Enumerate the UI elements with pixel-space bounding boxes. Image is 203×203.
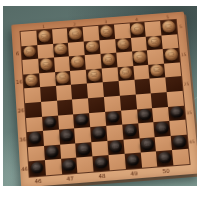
- board-square: [68, 41, 85, 56]
- board-square: [155, 136, 172, 152]
- board-square: ⛂: [124, 153, 141, 169]
- board-square: ⛂: [76, 142, 93, 158]
- board-square: [37, 44, 54, 59]
- board-square: [24, 87, 41, 103]
- board-square: ⛀: [69, 55, 86, 70]
- board-square: ⛂: [73, 113, 90, 129]
- board-square: [147, 49, 164, 64]
- board-square: [140, 152, 157, 168]
- board-square: [60, 143, 77, 159]
- dark-piece: ⛂: [62, 159, 75, 172]
- dark-piece: ⛂: [170, 106, 184, 118]
- board-square: [52, 28, 69, 43]
- board-square: ⛀: [132, 50, 149, 65]
- board-square: ⛀: [55, 71, 72, 87]
- board-square: ⛂: [93, 155, 110, 171]
- board-square: [120, 95, 137, 111]
- board-square: [45, 159, 62, 175]
- draughts-board: ⛀⛀⛀⛀⛀⛀⛀⛀⛀⛀⛀⛀⛀⛀⛀⛀⛀⛀⛀⛀⛂⛂⛂⛂⛂⛂⛂⛂⛂⛂⛂⛂⛂⛂⛂⛂⛂⛂⛂⛂…: [11, 12, 197, 186]
- dark-piece: ⛂: [30, 161, 43, 174]
- board-square: ⛀: [117, 66, 134, 82]
- light-piece: ⛀: [56, 71, 69, 83]
- dark-piece: ⛂: [60, 129, 73, 142]
- dark-piece: ⛂: [29, 132, 42, 145]
- square-number: 46: [22, 175, 55, 186]
- board-square: ⛀: [38, 58, 55, 73]
- dark-piece: ⛂: [107, 111, 120, 123]
- dark-piece: ⛂: [138, 109, 151, 121]
- dark-piece: ⛂: [92, 127, 105, 140]
- board-square: ⛂: [171, 134, 188, 150]
- board-square: ⛀: [149, 63, 166, 78]
- dark-piece: ⛂: [75, 113, 88, 125]
- board-square: [134, 79, 151, 95]
- light-piece: ⛀: [85, 41, 98, 53]
- board-square: [75, 127, 92, 143]
- light-piece: ⛀: [148, 36, 161, 48]
- board-square: ⛂: [105, 110, 122, 126]
- board-square: [162, 34, 179, 49]
- board-square: [58, 114, 75, 130]
- board-square: [118, 80, 135, 96]
- board-square: [109, 154, 126, 170]
- board-square: [43, 130, 60, 146]
- screenshot-canvas: ⛀⛀⛀⛀⛀⛀⛀⛀⛀⛀⛀⛀⛀⛀⛀⛀⛀⛀⛀⛀⛂⛂⛂⛂⛂⛂⛂⛂⛂⛂⛂⛂⛂⛂⛂⛂⛂⛂⛂⛂…: [0, 0, 203, 203]
- board-square: ⛂: [107, 139, 124, 155]
- board-square: ⛀: [36, 29, 53, 44]
- board-square: ⛀: [101, 53, 118, 68]
- board-square: ⛀: [84, 40, 101, 55]
- board-square: [138, 122, 155, 138]
- dark-piece: ⛂: [109, 140, 123, 153]
- board-square: ⛂: [137, 108, 154, 124]
- light-piece: ⛀: [162, 21, 175, 33]
- board-square: [166, 76, 183, 92]
- board-square: [91, 141, 108, 157]
- board-square: [114, 23, 131, 38]
- board-square: [135, 93, 152, 109]
- light-piece: ⛀: [117, 38, 130, 50]
- board-square: [104, 96, 121, 112]
- dark-piece: ⛂: [44, 116, 57, 128]
- dark-piece: ⛂: [77, 143, 90, 156]
- light-piece: ⛀: [88, 69, 101, 81]
- light-piece: ⛀: [40, 58, 53, 70]
- board-square: [131, 36, 148, 51]
- board-square: ⛂: [44, 144, 61, 160]
- board-square: [167, 91, 184, 107]
- board-grid: ⛀⛀⛀⛀⛀⛀⛀⛀⛀⛀⛀⛀⛀⛀⛀⛀⛀⛀⛀⛀⛂⛂⛂⛂⛂⛂⛂⛂⛂⛂⛂⛂⛂⛂⛂⛂⛂⛂⛂⛂: [21, 20, 190, 177]
- dark-piece: ⛂: [141, 138, 155, 151]
- board-square: ⛂: [139, 137, 156, 153]
- board-square: ⛀: [115, 38, 132, 53]
- board-square: [70, 70, 87, 86]
- light-piece: ⛀: [119, 67, 132, 79]
- light-piece: ⛀: [25, 74, 38, 86]
- board-square: ⛀: [146, 35, 163, 50]
- board-square: [133, 65, 150, 81]
- board-square: [102, 67, 119, 83]
- board-square: [21, 31, 37, 46]
- board-square: [151, 92, 168, 108]
- board-square: [88, 97, 105, 113]
- board-square: [106, 125, 123, 141]
- board-square: ⛂: [42, 115, 59, 131]
- board-square: [56, 85, 73, 101]
- board-square: [25, 102, 42, 118]
- dark-piece: ⛂: [155, 122, 169, 135]
- board-square: [87, 83, 104, 99]
- light-piece: ⛀: [131, 23, 144, 35]
- board-square: ⛀: [129, 22, 146, 37]
- board-square: ⛂: [29, 160, 46, 176]
- board-square: ⛀: [160, 20, 177, 35]
- light-piece: ⛀: [150, 64, 163, 76]
- board-square: ⛂: [27, 131, 44, 147]
- board-square: ⛀: [98, 25, 115, 40]
- board-square: [145, 21, 162, 36]
- board-square: ⛂: [168, 105, 185, 121]
- dark-piece: ⛂: [126, 154, 140, 167]
- light-piece: ⛀: [71, 56, 84, 68]
- board-square: ⛀: [163, 48, 180, 63]
- light-piece: ⛀: [69, 28, 82, 40]
- board-square: ⛀: [23, 73, 40, 89]
- board-square: [89, 111, 106, 127]
- board-square: [116, 52, 133, 67]
- board-square: [164, 62, 181, 77]
- board-square: ⛂: [156, 150, 173, 166]
- board-square: [150, 78, 167, 94]
- board-square: [41, 101, 58, 117]
- light-piece: ⛀: [165, 49, 178, 61]
- board-square: ⛀: [86, 68, 103, 84]
- dark-piece: ⛂: [124, 124, 138, 137]
- board-square: [40, 86, 57, 102]
- board-square: [28, 146, 45, 162]
- board-square: [72, 98, 89, 114]
- board-square: [57, 99, 74, 115]
- light-piece: ⛀: [100, 25, 113, 37]
- board-square: ⛀: [67, 27, 84, 42]
- light-piece: ⛀: [38, 30, 51, 42]
- light-piece: ⛀: [102, 54, 115, 66]
- board-square: [22, 59, 39, 74]
- board-square: [83, 26, 100, 41]
- board-square: [103, 81, 120, 97]
- board-square: ⛀: [53, 42, 70, 57]
- board-square: [77, 157, 94, 173]
- dark-piece: ⛂: [158, 151, 172, 164]
- board-square: [152, 107, 169, 123]
- board-square: [123, 138, 140, 154]
- board-square: [54, 56, 71, 71]
- board-square: [99, 39, 116, 54]
- board-square: ⛂: [122, 124, 139, 140]
- light-piece: ⛀: [23, 45, 36, 57]
- board-square: ⛂: [154, 121, 171, 137]
- dark-piece: ⛂: [94, 156, 108, 169]
- board-square: [170, 120, 187, 136]
- dark-piece: ⛂: [173, 135, 187, 148]
- board-square: [26, 116, 43, 132]
- photo-background: ⛀⛀⛀⛀⛀⛀⛀⛀⛀⛀⛀⛀⛀⛀⛀⛀⛀⛀⛀⛀⛂⛂⛂⛂⛂⛂⛂⛂⛂⛂⛂⛂⛂⛂⛂⛂⛂⛂⛂⛂…: [3, 6, 197, 186]
- board-square: [85, 54, 102, 69]
- board-square: ⛂: [61, 158, 78, 174]
- board-square: ⛀: [21, 45, 38, 60]
- board-square: ⛂: [90, 126, 107, 142]
- board-square: [39, 72, 56, 88]
- dark-piece: ⛂: [45, 145, 58, 158]
- board-square: [172, 149, 189, 165]
- board-square: ⛂: [59, 129, 76, 145]
- board-square: [121, 109, 138, 125]
- light-piece: ⛀: [133, 51, 146, 63]
- board-square: [71, 84, 88, 100]
- light-piece: ⛀: [54, 43, 67, 55]
